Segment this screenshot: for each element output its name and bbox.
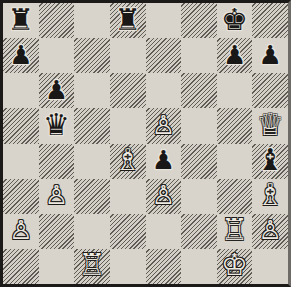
square-e7 <box>146 38 182 73</box>
square-c1: ♖ <box>74 249 110 284</box>
black-pawn: ♟ <box>45 77 68 103</box>
square-g7: ♟ <box>217 38 253 73</box>
square-e1 <box>146 249 182 284</box>
white-bishop: ♗ <box>114 145 141 175</box>
square-h5: ♕ <box>252 108 288 143</box>
black-pawn: ♟ <box>9 42 32 68</box>
square-e5: ♙ <box>146 108 182 143</box>
square-e2 <box>146 214 182 249</box>
black-rook: ♜ <box>114 5 141 35</box>
white-pawn: ♙ <box>152 182 175 208</box>
white-queen: ♕ <box>257 110 284 140</box>
square-d6 <box>110 73 146 108</box>
square-c8 <box>74 3 110 38</box>
square-e3: ♙ <box>146 179 182 214</box>
white-pawn: ♙ <box>152 112 175 138</box>
square-h7: ♟ <box>252 38 288 73</box>
square-f6 <box>181 73 217 108</box>
square-a5 <box>3 108 39 143</box>
square-a3 <box>3 179 39 214</box>
black-rook: ♜ <box>7 5 34 35</box>
black-queen: ♛ <box>43 110 70 140</box>
square-b7 <box>39 38 75 73</box>
black-king: ♚ <box>221 5 248 35</box>
square-h2: ♙ <box>252 214 288 249</box>
square-d1 <box>110 249 146 284</box>
white-pawn: ♙ <box>9 217 32 243</box>
square-b3: ♙ <box>39 179 75 214</box>
white-pawn: ♙ <box>259 217 282 243</box>
square-b6: ♟ <box>39 73 75 108</box>
black-bishop: ♝ <box>257 145 284 175</box>
square-f7 <box>181 38 217 73</box>
square-d4: ♗ <box>110 144 146 179</box>
square-h1 <box>252 249 288 284</box>
square-a7: ♟ <box>3 38 39 73</box>
square-c4 <box>74 144 110 179</box>
white-rook: ♖ <box>221 215 248 245</box>
square-d8: ♜ <box>110 3 146 38</box>
square-c7 <box>74 38 110 73</box>
square-g4 <box>217 144 253 179</box>
square-g8: ♚ <box>217 3 253 38</box>
square-f3 <box>181 179 217 214</box>
white-bishop: ♗ <box>257 180 284 210</box>
chess-board: ♜♜♚♟♟♟♟♛♙♕♗♟♝♙♙♗♙♖♙♖♔ <box>0 0 291 287</box>
square-b4 <box>39 144 75 179</box>
square-e6 <box>146 73 182 108</box>
square-d5 <box>110 108 146 143</box>
square-g2: ♖ <box>217 214 253 249</box>
square-c5 <box>74 108 110 143</box>
white-rook: ♖ <box>79 250 106 280</box>
square-c6 <box>74 73 110 108</box>
square-g3 <box>217 179 253 214</box>
square-b5: ♛ <box>39 108 75 143</box>
square-f4 <box>181 144 217 179</box>
square-e4: ♟ <box>146 144 182 179</box>
chess-diagram: ♜♜♚♟♟♟♟♛♙♕♗♟♝♙♙♗♙♖♙♖♔ <box>0 0 291 287</box>
square-h4: ♝ <box>252 144 288 179</box>
square-d3 <box>110 179 146 214</box>
square-c3 <box>74 179 110 214</box>
square-g6 <box>217 73 253 108</box>
square-a6 <box>3 73 39 108</box>
square-f5 <box>181 108 217 143</box>
square-a1 <box>3 249 39 284</box>
square-c2 <box>74 214 110 249</box>
black-pawn: ♟ <box>152 147 175 173</box>
square-h6 <box>252 73 288 108</box>
square-a4 <box>3 144 39 179</box>
square-f2 <box>181 214 217 249</box>
square-b1 <box>39 249 75 284</box>
square-f1 <box>181 249 217 284</box>
black-pawn: ♟ <box>223 42 246 68</box>
square-b2 <box>39 214 75 249</box>
square-b8 <box>39 3 75 38</box>
square-g5 <box>217 108 253 143</box>
square-a8: ♜ <box>3 3 39 38</box>
square-f8 <box>181 3 217 38</box>
square-h3: ♗ <box>252 179 288 214</box>
square-g1: ♔ <box>217 249 253 284</box>
white-pawn: ♙ <box>45 182 68 208</box>
square-e8 <box>146 3 182 38</box>
black-pawn: ♟ <box>259 42 282 68</box>
square-h8 <box>252 3 288 38</box>
white-king: ♔ <box>221 250 248 280</box>
square-a2: ♙ <box>3 214 39 249</box>
square-d2 <box>110 214 146 249</box>
square-d7 <box>110 38 146 73</box>
